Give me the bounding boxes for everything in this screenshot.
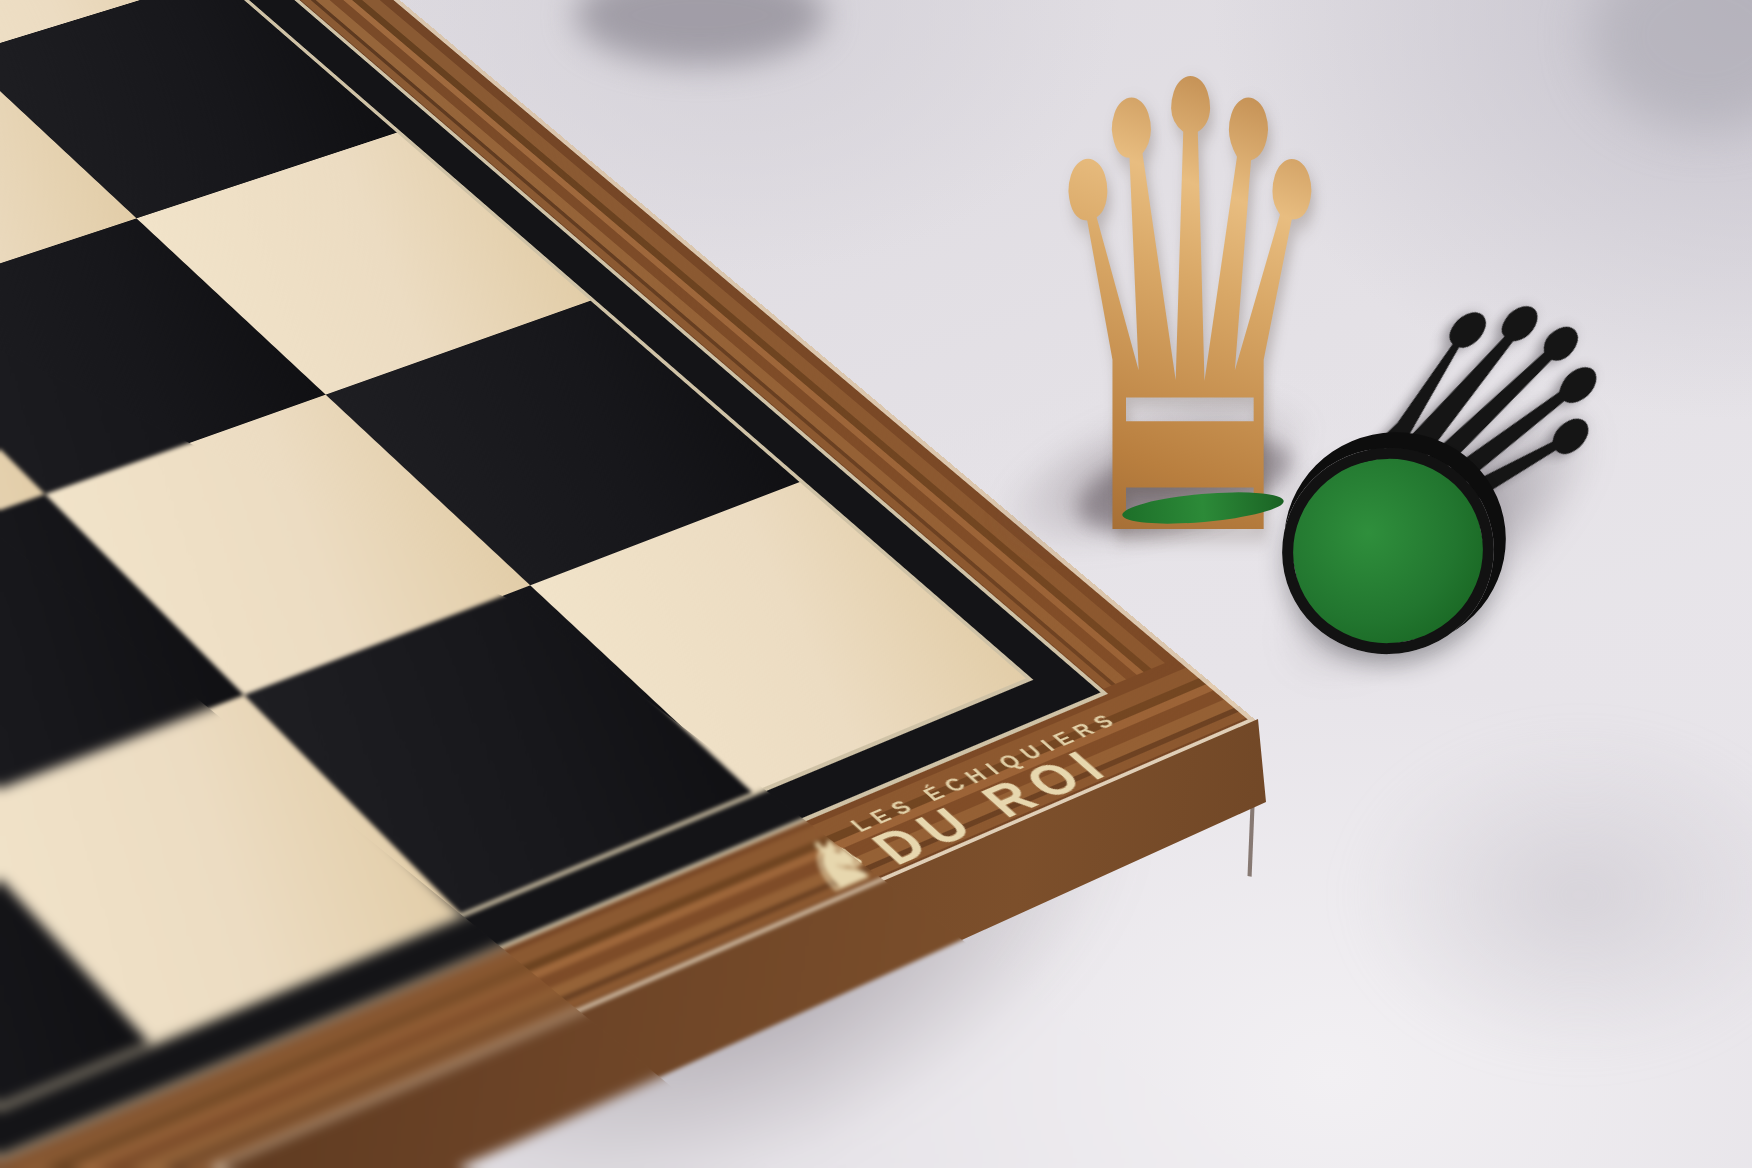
tablecloth-fold-highlight [1350, 730, 1752, 1060]
blurred-background-object [575, 0, 825, 65]
blurred-background-object-right [1590, 0, 1752, 130]
photo-scene: ♞ LES ÉCHIQUIERS DU ROI ♛ ♛ [0, 0, 1752, 1168]
